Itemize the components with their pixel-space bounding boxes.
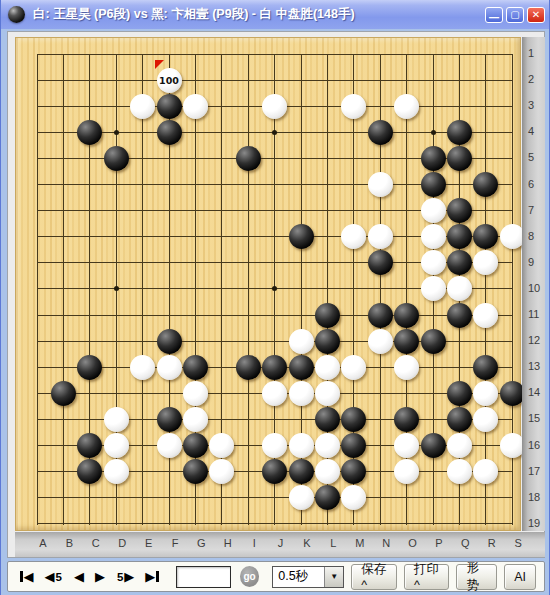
stone-white-R11	[473, 303, 498, 328]
stone-white-R14	[473, 381, 498, 406]
nav-glyph: ◀	[74, 570, 84, 584]
stone-white-O3	[394, 94, 419, 119]
col-label-M: M	[355, 537, 364, 549]
chevron-down-icon[interactable]: ▼	[324, 567, 343, 587]
stone-black-F4	[157, 120, 182, 145]
stone-white-D15	[104, 407, 129, 432]
stone-black-Q11	[447, 303, 472, 328]
col-label-F: F	[172, 537, 179, 549]
last-move-button[interactable]: ▶	[145, 569, 160, 585]
col-label-G: G	[197, 537, 206, 549]
stone-black-L12	[315, 329, 340, 354]
stone-white-L13	[315, 355, 340, 380]
stone-black-B14	[51, 381, 76, 406]
col-label-B: B	[66, 537, 73, 549]
delay-value: 0.5秒	[273, 568, 324, 585]
app-icon	[8, 6, 25, 23]
close-button[interactable]: ✕	[527, 7, 545, 23]
col-label-C: C	[92, 537, 100, 549]
stone-black-G13	[183, 355, 208, 380]
stone-black-F15	[157, 407, 182, 432]
situation-button[interactable]: 形势	[456, 564, 497, 590]
star-point	[114, 130, 119, 135]
window-titlebar: 白: 王星昊 (P6段) vs 黑: 卞相壹 (P9段) - 白 中盘胜(148…	[1, 0, 549, 29]
board-grid[interactable]: 100	[15, 37, 521, 531]
stone-white-J16	[262, 433, 287, 458]
row-label-17: 17	[528, 465, 540, 477]
row-label-4: 4	[528, 125, 534, 137]
stone-white-L16	[315, 433, 340, 458]
stone-black-O11	[394, 303, 419, 328]
col-label-K: K	[303, 537, 310, 549]
stone-black-Q14	[447, 381, 472, 406]
grid-line	[248, 54, 249, 525]
nav-glyph: 5	[56, 571, 62, 583]
col-label-E: E	[145, 537, 152, 549]
maximize-button[interactable]: ▢	[506, 7, 524, 23]
row-label-7: 7	[528, 204, 534, 216]
stone-white-L17	[315, 459, 340, 484]
row-label-10: 10	[528, 282, 540, 294]
row-label-16: 16	[528, 439, 540, 451]
stone-white-J3	[262, 94, 287, 119]
forward-5-button[interactable]: 5▶	[116, 569, 134, 585]
row-label-1: 1	[528, 47, 534, 59]
stone-black-I5	[236, 146, 261, 171]
stone-white-G3	[183, 94, 208, 119]
stone-black-L11	[315, 303, 340, 328]
stone-black-Q5	[447, 146, 472, 171]
row-label-11: 11	[528, 308, 539, 320]
stone-white-E3	[130, 94, 155, 119]
last-move-number: 100	[157, 68, 182, 93]
grid-line	[63, 54, 64, 525]
stone-white-P10	[421, 276, 446, 301]
row-label-9: 9	[528, 256, 534, 268]
grid-line	[37, 497, 513, 498]
column-coordinate-strip: ABCDEFGHIJKLMNOPQRS	[15, 532, 545, 557]
stone-black-K8	[289, 224, 314, 249]
nav-glyph: ◀	[24, 570, 34, 584]
bar-glyph	[156, 571, 159, 582]
board-frame: 100 12345678910111213141516171819 ABCDEF…	[7, 31, 545, 558]
stone-black-Q15	[447, 407, 472, 432]
stone-black-F12	[157, 329, 182, 354]
application-window: 白: 王星昊 (P6段) vs 黑: 卞相壹 (P9段) - 白 中盘胜(148…	[0, 0, 550, 595]
grid-line	[37, 80, 513, 81]
stone-white-K18	[289, 485, 314, 510]
delay-dropdown[interactable]: 0.5秒 ▼	[272, 566, 344, 588]
stone-black-L15	[315, 407, 340, 432]
row-label-8: 8	[528, 230, 534, 242]
stone-white-F2: 100	[157, 68, 182, 93]
stone-white-Q17	[447, 459, 472, 484]
stone-black-G17	[183, 459, 208, 484]
stone-white-N12	[368, 329, 393, 354]
row-label-5: 5	[528, 151, 534, 163]
back-5-button[interactable]: ◀5	[45, 569, 63, 585]
stone-white-D17	[104, 459, 129, 484]
stone-white-P9	[421, 250, 446, 275]
ai-button[interactable]: AI	[504, 564, 536, 590]
grid-line	[142, 54, 143, 525]
row-label-2: 2	[528, 73, 534, 85]
stone-white-E13	[130, 355, 155, 380]
stone-white-F13	[157, 355, 182, 380]
col-label-D: D	[118, 537, 126, 549]
stone-black-P16	[421, 433, 446, 458]
stone-black-Q4	[447, 120, 472, 145]
stone-white-N6	[368, 172, 393, 197]
stone-white-G14	[183, 381, 208, 406]
stone-black-N9	[368, 250, 393, 275]
nav-glyph: ◀	[45, 570, 55, 584]
stone-black-G16	[183, 433, 208, 458]
stone-white-K16	[289, 433, 314, 458]
nav-glyph: ▶	[145, 570, 155, 584]
nav-glyph: ▶	[124, 570, 134, 584]
stone-white-K12	[289, 329, 314, 354]
grid-line	[37, 54, 38, 525]
stone-white-M13	[341, 355, 366, 380]
star-point	[431, 130, 436, 135]
stone-black-J13	[262, 355, 287, 380]
row-coordinate-strip: 12345678910111213141516171819	[522, 37, 545, 531]
col-label-I: I	[253, 537, 256, 549]
stone-white-S16	[500, 433, 525, 458]
row-label-12: 12	[528, 334, 540, 346]
stone-white-F16	[157, 433, 182, 458]
col-label-Q: Q	[461, 537, 470, 549]
stone-black-R13	[473, 355, 498, 380]
stone-white-Q16	[447, 433, 472, 458]
stone-black-P6	[421, 172, 446, 197]
stone-white-K14	[289, 381, 314, 406]
stone-white-P8	[421, 224, 446, 249]
col-label-A: A	[39, 537, 46, 549]
stone-black-O12	[394, 329, 419, 354]
col-label-P: P	[435, 537, 442, 549]
stone-white-D16	[104, 433, 129, 458]
stone-white-O16	[394, 433, 419, 458]
stone-white-N8	[368, 224, 393, 249]
col-label-S: S	[515, 537, 522, 549]
stone-black-D5	[104, 146, 129, 171]
window-title: 白: 王星昊 (P6段) vs 黑: 卞相壹 (P9段) - 白 中盘胜(148…	[33, 6, 482, 23]
stone-black-K17	[289, 459, 314, 484]
col-label-N: N	[382, 537, 390, 549]
back-1-button[interactable]: ◀	[74, 569, 84, 585]
col-label-R: R	[488, 537, 496, 549]
bar-glyph	[20, 571, 23, 582]
star-point	[272, 130, 277, 135]
nav-glyph: ▶	[95, 570, 105, 584]
control-bar: ◀◀5◀▶5▶▶ go 0.5秒 ▼ 保存^打印^形势AI	[7, 561, 545, 592]
col-label-H: H	[224, 537, 232, 549]
row-label-3: 3	[528, 99, 534, 111]
stone-white-P7	[421, 198, 446, 223]
stone-white-L14	[315, 381, 340, 406]
stone-black-P5	[421, 146, 446, 171]
col-label-L: L	[330, 537, 336, 549]
move-number-input[interactable]	[176, 566, 231, 588]
stone-black-N11	[368, 303, 393, 328]
stone-white-G15	[183, 407, 208, 432]
stone-white-O13	[394, 355, 419, 380]
nav-glyph: 5	[117, 571, 123, 583]
col-label-J: J	[278, 537, 284, 549]
row-label-14: 14	[528, 386, 540, 398]
forward-1-button[interactable]: ▶	[95, 569, 105, 585]
stone-white-J14	[262, 381, 287, 406]
col-label-O: O	[408, 537, 417, 549]
print-button[interactable]: 打印^	[404, 564, 450, 590]
save-button[interactable]: 保存^	[351, 564, 397, 590]
stone-white-S8	[500, 224, 525, 249]
first-move-button[interactable]: ◀	[19, 569, 34, 585]
row-label-15: 15	[528, 412, 540, 424]
row-label-18: 18	[528, 491, 540, 503]
stone-black-Q7	[447, 198, 472, 223]
row-label-6: 6	[528, 178, 534, 190]
stone-black-P12	[421, 329, 446, 354]
grid-line	[37, 315, 513, 316]
stone-black-C4	[77, 120, 102, 145]
stone-black-S14	[500, 381, 525, 406]
stone-black-C13	[77, 355, 102, 380]
stone-black-O15	[394, 407, 419, 432]
stone-white-M3	[341, 94, 366, 119]
stone-black-L18	[315, 485, 340, 510]
grid-line	[37, 54, 513, 55]
stone-black-N4	[368, 120, 393, 145]
stone-black-I13	[236, 355, 261, 380]
go-button[interactable]: go	[240, 566, 259, 587]
stone-black-F3	[157, 94, 182, 119]
minimize-button[interactable]: —	[485, 7, 503, 23]
stone-black-K13	[289, 355, 314, 380]
stone-black-Q8	[447, 224, 472, 249]
row-label-13: 13	[528, 360, 540, 372]
grid-line	[37, 523, 513, 524]
row-label-19: 19	[528, 517, 540, 529]
grid-line	[485, 54, 486, 525]
